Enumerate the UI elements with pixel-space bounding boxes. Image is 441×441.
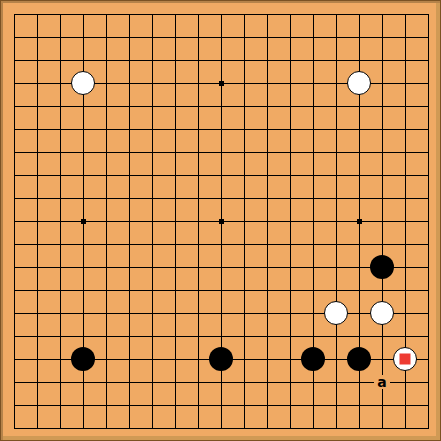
grid-line-horizontal <box>14 336 429 337</box>
grid-line-horizontal <box>14 313 429 314</box>
point-label-a: a <box>374 375 390 389</box>
white-stone <box>370 301 394 325</box>
grid-line-horizontal <box>14 382 429 383</box>
red-square-marker <box>400 354 411 365</box>
go-board: a <box>0 0 441 441</box>
grid-line-vertical <box>244 14 245 429</box>
black-stone <box>71 347 95 371</box>
star-point <box>219 219 224 224</box>
grid-line-vertical <box>428 14 429 429</box>
grid-line-horizontal <box>14 244 429 245</box>
grid-line-horizontal <box>14 405 429 406</box>
star-point <box>219 81 224 86</box>
star-point <box>81 219 86 224</box>
black-stone <box>370 255 394 279</box>
grid-line-vertical <box>290 14 291 429</box>
grid-line-vertical <box>336 14 337 429</box>
grid-line-horizontal <box>14 428 429 429</box>
white-stone <box>393 347 417 371</box>
white-stone <box>324 301 348 325</box>
white-stone <box>347 71 371 95</box>
white-stone <box>71 71 95 95</box>
grid-line-vertical <box>382 14 383 429</box>
star-point <box>357 219 362 224</box>
black-stone <box>347 347 371 371</box>
grid-line-horizontal <box>14 290 429 291</box>
black-stone <box>209 347 233 371</box>
grid-line-vertical <box>267 14 268 429</box>
grid-line-horizontal <box>14 267 429 268</box>
black-stone <box>301 347 325 371</box>
